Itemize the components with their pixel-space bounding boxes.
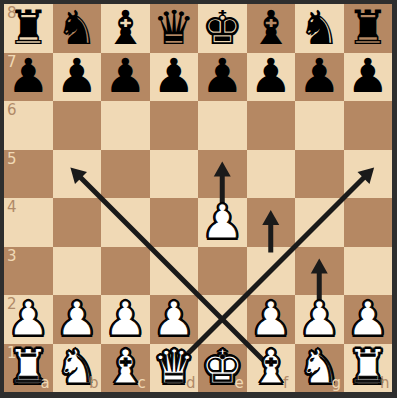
white-pawn-a2[interactable]: ♟: [4, 294, 53, 343]
black-pawn-b7[interactable]: ♟: [53, 52, 102, 101]
white-pawn-c2[interactable]: ♟: [101, 294, 150, 343]
white-pawn-d2[interactable]: ♟: [150, 294, 199, 343]
black-queen-d8[interactable]: ♛: [150, 3, 199, 52]
black-pawn-e7[interactable]: ♟: [198, 52, 247, 101]
black-pawn-g7[interactable]: ♟: [295, 52, 344, 101]
white-rook-h1[interactable]: ♜: [344, 343, 393, 392]
white-queen-d1[interactable]: ♛: [150, 343, 199, 392]
white-pawn-g2[interactable]: ♟: [295, 294, 344, 343]
board-frame: ♜♞♝♛♚♝♞♜♟♟♟♟♟♟♟♟♟♟♟♟♟♟♟♟♜♞♝♛♚♝♞♜ 8765432…: [0, 0, 397, 398]
white-bishop-c1[interactable]: ♝: [101, 343, 150, 392]
black-bishop-c8[interactable]: ♝: [101, 3, 150, 52]
black-pawn-h7[interactable]: ♟: [344, 52, 393, 101]
white-king-e1[interactable]: ♚: [198, 343, 247, 392]
black-pawn-f7[interactable]: ♟: [247, 52, 296, 101]
white-pawn-e4[interactable]: ♟: [198, 197, 247, 246]
black-pawn-a7[interactable]: ♟: [4, 52, 53, 101]
black-pawn-d7[interactable]: ♟: [150, 52, 199, 101]
black-rook-a8[interactable]: ♜: [4, 3, 53, 52]
black-knight-g8[interactable]: ♞: [295, 3, 344, 52]
white-bishop-f1[interactable]: ♝: [247, 343, 296, 392]
white-knight-g1[interactable]: ♞: [295, 343, 344, 392]
black-king-e8[interactable]: ♚: [198, 3, 247, 52]
white-pawn-h2[interactable]: ♟: [344, 294, 393, 343]
white-knight-b1[interactable]: ♞: [53, 343, 102, 392]
white-rook-a1[interactable]: ♜: [4, 343, 53, 392]
black-pawn-c7[interactable]: ♟: [101, 52, 150, 101]
pieces-layer: ♜♞♝♛♚♝♞♜♟♟♟♟♟♟♟♟♟♟♟♟♟♟♟♟♜♞♝♛♚♝♞♜: [4, 4, 392, 392]
black-knight-b8[interactable]: ♞: [53, 3, 102, 52]
chess-board: ♜♞♝♛♚♝♞♜♟♟♟♟♟♟♟♟♟♟♟♟♟♟♟♟♜♞♝♛♚♝♞♜ 8765432…: [4, 4, 392, 392]
white-pawn-f2[interactable]: ♟: [247, 294, 296, 343]
black-rook-h8[interactable]: ♜: [344, 3, 393, 52]
white-pawn-b2[interactable]: ♟: [53, 294, 102, 343]
black-bishop-f8[interactable]: ♝: [247, 3, 296, 52]
